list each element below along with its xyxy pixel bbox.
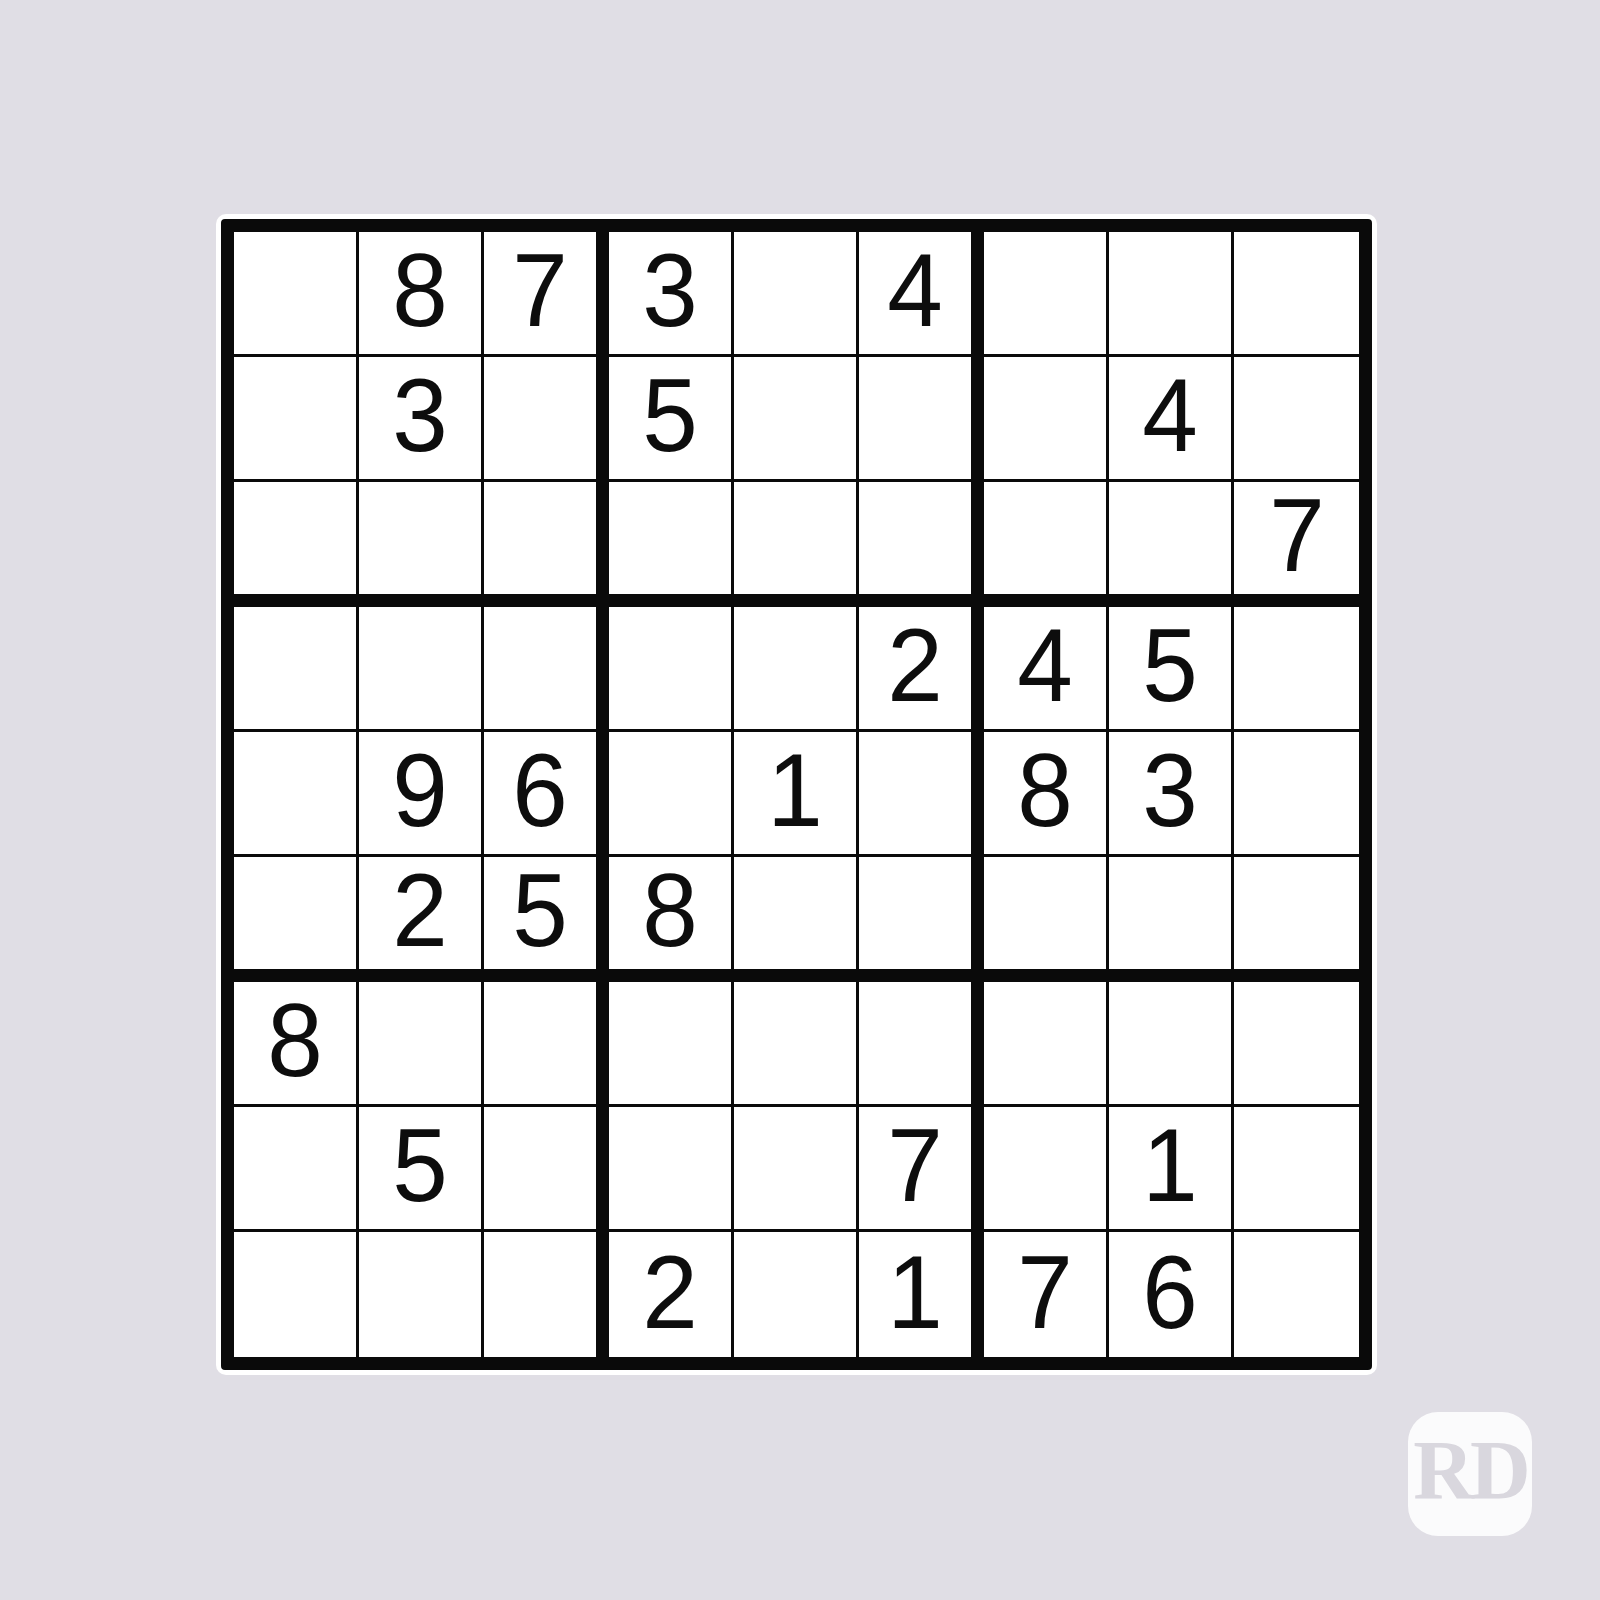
given-digit: 8	[642, 858, 698, 968]
sudoku-cell-r4c8[interactable]: 5	[1109, 607, 1234, 732]
sudoku-cell-r1c8[interactable]	[1109, 232, 1234, 357]
sudoku-cell-r9c5[interactable]	[734, 1232, 859, 1357]
sudoku-cell-r9c6[interactable]: 1	[859, 1232, 984, 1357]
given-digit: 8	[1017, 738, 1073, 848]
sudoku-cell-r5c5[interactable]: 1	[734, 732, 859, 857]
given-digit: 5	[642, 363, 698, 473]
sudoku-cell-r2c2[interactable]: 3	[359, 357, 484, 482]
sudoku-cell-r6c5[interactable]	[734, 857, 859, 982]
sudoku-cell-r8c7[interactable]	[984, 1107, 1109, 1232]
sudoku-cell-r4c1[interactable]	[234, 607, 359, 732]
given-digit: 3	[392, 363, 448, 473]
sudoku-cell-r8c3[interactable]	[484, 1107, 609, 1232]
sudoku-cell-r7c5[interactable]	[734, 982, 859, 1107]
sudoku-cell-r8c6[interactable]: 7	[859, 1107, 984, 1232]
sudoku-cell-r2c4[interactable]: 5	[609, 357, 734, 482]
sudoku-cell-r3c2[interactable]	[359, 482, 484, 607]
given-digit: 2	[642, 1240, 698, 1350]
sudoku-cell-r5c2[interactable]: 9	[359, 732, 484, 857]
sudoku-cell-r3c6[interactable]	[859, 482, 984, 607]
sudoku-cell-r7c7[interactable]	[984, 982, 1109, 1107]
rd-logo-text: RD	[1413, 1422, 1526, 1527]
sudoku-cell-r8c9[interactable]	[1234, 1107, 1359, 1232]
sudoku-cell-r5c4[interactable]	[609, 732, 734, 857]
sudoku-cell-r4c5[interactable]	[734, 607, 859, 732]
rd-logo: RD	[1408, 1412, 1532, 1536]
given-digit: 7	[887, 1113, 943, 1223]
given-digit: 4	[1017, 613, 1073, 723]
given-digit: 5	[392, 1113, 448, 1223]
sudoku-cell-r4c7[interactable]: 4	[984, 607, 1109, 732]
sudoku-cell-r7c2[interactable]	[359, 982, 484, 1107]
sudoku-cell-r3c3[interactable]	[484, 482, 609, 607]
sudoku-cell-r5c9[interactable]	[1234, 732, 1359, 857]
sudoku-cell-r2c7[interactable]	[984, 357, 1109, 482]
sudoku-cell-r9c2[interactable]	[359, 1232, 484, 1357]
sudoku-cell-r3c8[interactable]	[1109, 482, 1234, 607]
sudoku-cell-r1c9[interactable]	[1234, 232, 1359, 357]
sudoku-cell-r7c4[interactable]	[609, 982, 734, 1107]
sudoku-cell-r4c9[interactable]	[1234, 607, 1359, 732]
sudoku-cell-r3c1[interactable]	[234, 482, 359, 607]
given-digit: 1	[1142, 1113, 1198, 1223]
sudoku-cell-r8c1[interactable]	[234, 1107, 359, 1232]
sudoku-cell-r9c7[interactable]: 7	[984, 1232, 1109, 1357]
given-digit: 5	[512, 858, 568, 968]
sudoku-cell-r5c6[interactable]	[859, 732, 984, 857]
sudoku-cell-r6c4[interactable]: 8	[609, 857, 734, 982]
sudoku-cell-r9c8[interactable]: 6	[1109, 1232, 1234, 1357]
sudoku-cell-r1c1[interactable]	[234, 232, 359, 357]
sudoku-cell-r6c7[interactable]	[984, 857, 1109, 982]
page-background: 873435472459618325885712176 RD	[0, 0, 1600, 1600]
sudoku-cell-r7c9[interactable]	[1234, 982, 1359, 1107]
given-digit: 1	[887, 1240, 943, 1350]
sudoku-cell-r2c5[interactable]	[734, 357, 859, 482]
sudoku-cell-r6c6[interactable]	[859, 857, 984, 982]
sudoku-cell-r1c5[interactable]	[734, 232, 859, 357]
sudoku-cell-r8c8[interactable]: 1	[1109, 1107, 1234, 1232]
sudoku-cell-r9c1[interactable]	[234, 1232, 359, 1357]
given-digit: 4	[1142, 363, 1198, 473]
sudoku-cell-r1c7[interactable]	[984, 232, 1109, 357]
given-digit: 8	[392, 238, 448, 348]
given-digit: 2	[392, 858, 448, 968]
given-digit: 6	[1142, 1240, 1198, 1350]
sudoku-cell-r4c4[interactable]	[609, 607, 734, 732]
sudoku-cell-r4c2[interactable]	[359, 607, 484, 732]
given-digit: 9	[392, 738, 448, 848]
given-digit: 5	[1142, 613, 1198, 723]
sudoku-cell-r5c3[interactable]: 6	[484, 732, 609, 857]
given-digit: 1	[767, 738, 823, 848]
sudoku-cell-r6c8[interactable]	[1109, 857, 1234, 982]
sudoku-cell-r6c1[interactable]	[234, 857, 359, 982]
sudoku-cell-r1c4[interactable]: 3	[609, 232, 734, 357]
sudoku-cell-r6c2[interactable]: 2	[359, 857, 484, 982]
sudoku-cell-r4c3[interactable]	[484, 607, 609, 732]
sudoku-board: 873435472459618325885712176	[216, 214, 1377, 1375]
given-digit: 8	[267, 988, 323, 1098]
sudoku-cell-r6c9[interactable]	[1234, 857, 1359, 982]
sudoku-cell-r9c3[interactable]	[484, 1232, 609, 1357]
sudoku-cell-r8c2[interactable]: 5	[359, 1107, 484, 1232]
sudoku-cell-r7c3[interactable]	[484, 982, 609, 1107]
given-digit: 4	[887, 238, 943, 348]
sudoku-cell-r3c9[interactable]: 7	[1234, 482, 1359, 607]
given-digit: 3	[1142, 738, 1198, 848]
sudoku-cell-r8c4[interactable]	[609, 1107, 734, 1232]
sudoku-cell-r9c9[interactable]	[1234, 1232, 1359, 1357]
given-digit: 6	[512, 738, 568, 848]
given-digit: 7	[1017, 1240, 1073, 1350]
sudoku-cell-r4c6[interactable]: 2	[859, 607, 984, 732]
sudoku-cell-r8c5[interactable]	[734, 1107, 859, 1232]
sudoku-cell-r7c8[interactable]	[1109, 982, 1234, 1107]
sudoku-cell-r1c3[interactable]: 7	[484, 232, 609, 357]
sudoku-cell-r1c6[interactable]: 4	[859, 232, 984, 357]
sudoku-cell-r2c1[interactable]	[234, 357, 359, 482]
sudoku-cell-r3c5[interactable]	[734, 482, 859, 607]
given-digit: 3	[642, 238, 698, 348]
sudoku-cell-r9c4[interactable]: 2	[609, 1232, 734, 1357]
sudoku-cell-r2c6[interactable]	[859, 357, 984, 482]
given-digit: 7	[1269, 483, 1325, 593]
sudoku-cell-r7c6[interactable]	[859, 982, 984, 1107]
sudoku-cell-r6c3[interactable]: 5	[484, 857, 609, 982]
given-digit: 2	[887, 613, 943, 723]
sudoku-cell-r3c4[interactable]	[609, 482, 734, 607]
sudoku-cell-r5c7[interactable]: 8	[984, 732, 1109, 857]
sudoku-cell-r2c3[interactable]	[484, 357, 609, 482]
sudoku-cell-r7c1[interactable]: 8	[234, 982, 359, 1107]
sudoku-cell-r5c8[interactable]: 3	[1109, 732, 1234, 857]
sudoku-cell-r5c1[interactable]	[234, 732, 359, 857]
sudoku-cell-r1c2[interactable]: 8	[359, 232, 484, 357]
sudoku-cell-r2c9[interactable]	[1234, 357, 1359, 482]
sudoku-cell-r2c8[interactable]: 4	[1109, 357, 1234, 482]
given-digit: 7	[512, 238, 568, 348]
sudoku-cell-r3c7[interactable]	[984, 482, 1109, 607]
sudoku-grid: 873435472459618325885712176	[221, 219, 1372, 1370]
